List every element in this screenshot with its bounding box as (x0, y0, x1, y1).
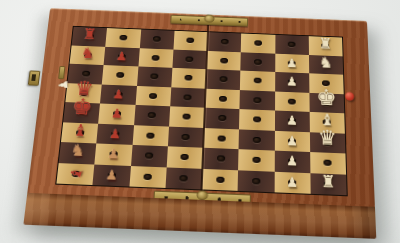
peg-hole (288, 42, 296, 48)
square-r1c6 (241, 33, 275, 53)
square-r1c4 (173, 31, 208, 51)
peg-hole (322, 43, 330, 49)
peg-hole (113, 111, 121, 117)
peg-hole (149, 93, 157, 99)
peg-hole (148, 112, 156, 118)
square-r1c7 (275, 35, 309, 55)
square-r5c7 (274, 110, 309, 131)
peg-hole (324, 160, 332, 166)
peg-hole (288, 60, 296, 66)
square-r8c7 (274, 171, 310, 194)
peg-hole (80, 90, 88, 96)
square-r3c7 (275, 72, 310, 92)
square-r6c8 (310, 132, 346, 154)
square-r7c7 (274, 151, 310, 173)
peg-hole (217, 156, 225, 162)
peg-hole (185, 75, 193, 81)
square-r1c8 (309, 36, 343, 56)
peg-hole (118, 53, 126, 59)
square-r7c4 (166, 146, 203, 168)
peg-hole (73, 150, 82, 156)
square-r5c2 (98, 103, 135, 124)
square-r6c5 (203, 128, 239, 150)
peg-hole (181, 154, 189, 160)
peg-hole (218, 115, 226, 121)
square-r5c3 (134, 105, 170, 126)
square-r3c5 (206, 69, 241, 89)
square-r5c1 (63, 102, 100, 123)
square-r1c2 (106, 28, 141, 48)
square-r6c2 (97, 123, 134, 145)
square-r8c3 (129, 165, 167, 187)
peg-hole (288, 79, 296, 85)
square-r1c3 (139, 29, 174, 49)
peg-hole (288, 118, 296, 124)
square-r2c6 (241, 52, 275, 72)
peg-hole (183, 114, 191, 120)
peg-hole (182, 134, 190, 140)
peg-hole (144, 173, 153, 179)
square-r6c1 (61, 122, 98, 144)
peg-hole (180, 175, 188, 181)
peg-hole (288, 179, 296, 186)
square-r4c2 (100, 84, 136, 105)
peg-hole (116, 72, 124, 78)
square-r2c4 (172, 49, 207, 69)
square-r6c6 (239, 129, 275, 151)
peg-hole (119, 35, 127, 41)
peg-hole (184, 94, 192, 100)
square-r6c7 (274, 130, 310, 152)
peg-hole (217, 135, 225, 141)
peg-hole (85, 34, 93, 40)
square-r5c4 (169, 106, 205, 127)
peg-hole (220, 58, 228, 64)
photo-scene: ♜♞♟♛♟♚♟♝♟♞♟♝♟♜♟♞♟♚♟♝♟♛♟♟♜♟ (0, 0, 400, 243)
peg-hole (254, 78, 262, 84)
square-r2c5 (206, 50, 241, 70)
peg-hole (253, 117, 261, 123)
peg-hole (78, 110, 87, 116)
peg-hole (252, 178, 260, 184)
peg-hole (114, 91, 122, 97)
peg-hole (111, 131, 120, 137)
square-r3c2 (102, 65, 138, 85)
box-front-face (23, 193, 376, 239)
brass-clasp (28, 70, 41, 85)
square-r8c8 (310, 173, 347, 196)
peg-hole (186, 56, 194, 62)
square-r8c1 (56, 163, 94, 185)
peg-hole (219, 76, 227, 82)
square-r3c8 (309, 73, 344, 93)
chess-box: ♜♞♟♛♟♚♟♝♟♞♟♝♟♜♟♞♟♚♟♝♟♛♟♟♜♟ (23, 8, 376, 239)
peg-hole (107, 172, 116, 178)
peg-hole (187, 38, 195, 44)
peg-hole (145, 153, 154, 159)
square-r4c6 (240, 90, 275, 111)
square-r7c3 (131, 145, 168, 167)
peg-hole (288, 158, 296, 164)
square-r4c4 (170, 87, 206, 108)
peg-hole (219, 96, 227, 102)
peg-hole (152, 55, 160, 61)
peg-hole (253, 137, 261, 143)
peg-hole (109, 151, 118, 157)
peg-hole (254, 40, 262, 46)
square-r4c5 (205, 88, 240, 109)
peg-hole (253, 97, 261, 103)
red-pawn-finial-on-right-rim (345, 92, 354, 101)
peg-hole (323, 139, 331, 145)
square-r2c7 (275, 53, 309, 73)
square-r5c5 (204, 108, 240, 129)
square-r6c4 (168, 126, 204, 148)
peg-hole (323, 100, 331, 106)
peg-hole (288, 138, 296, 144)
square-r2c8 (309, 55, 343, 75)
peg-hole (150, 74, 158, 80)
square-r8c2 (93, 164, 131, 186)
square-r4c8 (309, 92, 344, 113)
peg-hole (254, 59, 262, 65)
square-r2c1 (70, 45, 106, 65)
square-r3c1 (68, 64, 104, 84)
square-r8c5 (202, 168, 239, 191)
peg-hole (288, 98, 296, 104)
square-r2c3 (138, 48, 173, 68)
square-r2c2 (104, 46, 140, 66)
peg-hole (146, 132, 154, 138)
square-r7c2 (95, 143, 132, 165)
square-r5c6 (239, 109, 274, 130)
square-r5c8 (309, 112, 344, 133)
square-r1c1 (72, 27, 108, 47)
square-r8c6 (238, 170, 274, 193)
peg-hole (323, 119, 331, 125)
peg-hole (82, 71, 90, 77)
square-r7c6 (238, 149, 274, 171)
peg-hole (322, 81, 330, 87)
square-r7c5 (202, 148, 238, 170)
square-r7c8 (310, 152, 346, 174)
peg-hole (220, 39, 228, 45)
peg-hole (216, 176, 224, 182)
peg-hole (75, 129, 84, 135)
peg-hole (252, 157, 260, 163)
peg-hole (71, 171, 80, 177)
square-r4c1 (65, 83, 102, 104)
peg-hole (322, 62, 330, 68)
peg-hole (84, 52, 92, 58)
square-r8c4 (165, 167, 202, 189)
square-r1c5 (207, 32, 241, 52)
top-hinge (170, 15, 248, 27)
square-r3c3 (137, 66, 173, 86)
peg-hole (153, 36, 161, 42)
peg-hole (324, 181, 332, 188)
brass-clasp-strip (58, 66, 65, 79)
square-r7c1 (59, 142, 97, 164)
square-r3c4 (171, 68, 206, 88)
square-r6c3 (132, 125, 169, 147)
square-r3c6 (240, 71, 275, 91)
square-r4c7 (275, 91, 310, 112)
square-r4c3 (135, 85, 171, 106)
